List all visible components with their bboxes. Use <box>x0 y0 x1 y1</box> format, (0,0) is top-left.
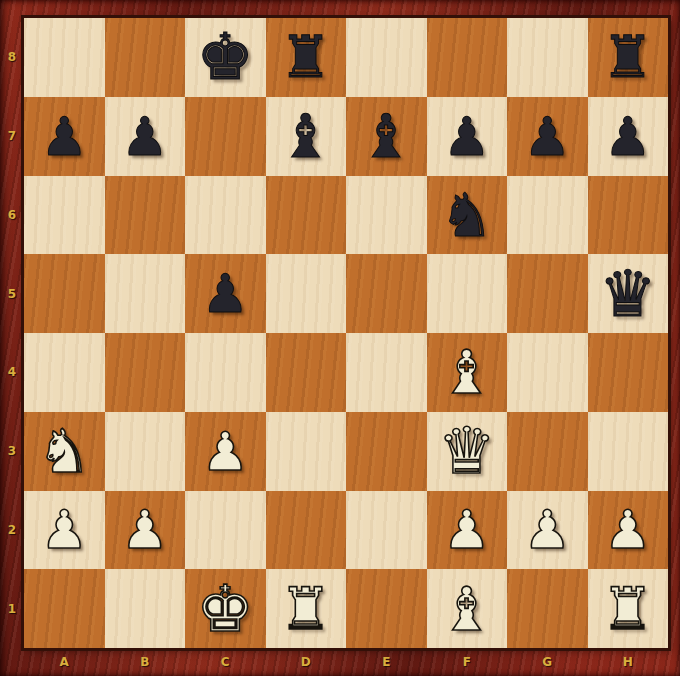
square-a6[interactable] <box>24 176 105 255</box>
piece-black-pawn[interactable]: ♟ <box>604 110 652 163</box>
square-c3[interactable]: ♟ <box>185 412 266 491</box>
piece-white-bishop[interactable]: ♝ <box>440 342 494 402</box>
square-f8[interactable] <box>427 18 508 97</box>
rank-label-2: 2 <box>0 491 24 570</box>
square-a4[interactable] <box>24 333 105 412</box>
piece-black-rook[interactable]: ♜ <box>280 28 332 86</box>
piece-white-pawn[interactable]: ♟ <box>121 503 169 556</box>
file-label-b: B <box>105 648 186 676</box>
square-h6[interactable] <box>588 176 669 255</box>
square-g8[interactable] <box>507 18 588 97</box>
square-e5[interactable] <box>346 254 427 333</box>
square-h3[interactable] <box>588 412 669 491</box>
square-a5[interactable] <box>24 254 105 333</box>
square-g6[interactable] <box>507 176 588 255</box>
square-h5[interactable]: ♛ <box>588 254 669 333</box>
piece-black-bishop[interactable]: ♝ <box>359 106 413 166</box>
file-label-g: G <box>507 648 588 676</box>
rank-label-1: 1 <box>0 569 24 648</box>
file-label-c: C <box>185 648 266 676</box>
square-d2[interactable] <box>266 491 347 570</box>
rank-label-5: 5 <box>0 254 24 333</box>
square-d4[interactable] <box>266 333 347 412</box>
file-labels: ABCDEFGH <box>24 648 668 676</box>
square-e7[interactable]: ♝ <box>346 97 427 176</box>
square-a1[interactable] <box>24 569 105 648</box>
chess-board: ♚♜♜♟♟♝♝♟♟♟♞♟♛♝♞♟♛♟♟♟♟♟♚♜♝♜ <box>24 18 668 648</box>
square-b8[interactable] <box>105 18 186 97</box>
square-d6[interactable] <box>266 176 347 255</box>
square-g3[interactable] <box>507 412 588 491</box>
square-g5[interactable] <box>507 254 588 333</box>
square-d5[interactable] <box>266 254 347 333</box>
square-d1[interactable]: ♜ <box>266 569 347 648</box>
square-a3[interactable]: ♞ <box>24 412 105 491</box>
square-c7[interactable] <box>185 97 266 176</box>
file-label-f: F <box>427 648 508 676</box>
piece-white-rook[interactable]: ♜ <box>602 580 654 638</box>
square-f6[interactable]: ♞ <box>427 176 508 255</box>
square-c8[interactable]: ♚ <box>185 18 266 97</box>
file-label-d: D <box>266 648 347 676</box>
rank-labels: 87654321 <box>0 18 24 648</box>
rank-label-3: 3 <box>0 412 24 491</box>
piece-black-pawn[interactable]: ♟ <box>40 110 88 163</box>
square-b1[interactable] <box>105 569 186 648</box>
piece-black-knight[interactable]: ♞ <box>440 185 494 245</box>
square-g1[interactable] <box>507 569 588 648</box>
piece-white-king[interactable]: ♚ <box>197 577 254 641</box>
square-e4[interactable] <box>346 333 427 412</box>
file-label-e: E <box>346 648 427 676</box>
square-c5[interactable]: ♟ <box>185 254 266 333</box>
square-b2[interactable]: ♟ <box>105 491 186 570</box>
square-c6[interactable] <box>185 176 266 255</box>
square-c1[interactable]: ♚ <box>185 569 266 648</box>
rank-label-4: 4 <box>0 333 24 412</box>
square-f7[interactable]: ♟ <box>427 97 508 176</box>
square-b3[interactable] <box>105 412 186 491</box>
square-e2[interactable] <box>346 491 427 570</box>
square-h1[interactable]: ♜ <box>588 569 669 648</box>
piece-black-king[interactable]: ♚ <box>197 25 254 89</box>
piece-white-pawn[interactable]: ♟ <box>443 503 491 556</box>
piece-black-pawn[interactable]: ♟ <box>443 110 491 163</box>
square-b4[interactable] <box>105 333 186 412</box>
piece-black-pawn[interactable]: ♟ <box>523 110 571 163</box>
square-d8[interactable]: ♜ <box>266 18 347 97</box>
square-f1[interactable]: ♝ <box>427 569 508 648</box>
piece-white-pawn[interactable]: ♟ <box>201 425 249 478</box>
piece-white-queen[interactable]: ♛ <box>438 419 495 483</box>
square-h8[interactable]: ♜ <box>588 18 669 97</box>
rank-label-8: 8 <box>0 18 24 97</box>
rank-label-7: 7 <box>0 97 24 176</box>
square-f5[interactable] <box>427 254 508 333</box>
piece-black-pawn[interactable]: ♟ <box>121 110 169 163</box>
file-label-a: A <box>24 648 105 676</box>
square-g2[interactable]: ♟ <box>507 491 588 570</box>
square-a8[interactable] <box>24 18 105 97</box>
square-f2[interactable]: ♟ <box>427 491 508 570</box>
piece-white-pawn[interactable]: ♟ <box>604 503 652 556</box>
piece-white-bishop[interactable]: ♝ <box>440 579 494 639</box>
square-e8[interactable] <box>346 18 427 97</box>
square-h4[interactable] <box>588 333 669 412</box>
square-g7[interactable]: ♟ <box>507 97 588 176</box>
square-b7[interactable]: ♟ <box>105 97 186 176</box>
piece-black-pawn[interactable]: ♟ <box>201 267 249 320</box>
square-e1[interactable] <box>346 569 427 648</box>
rank-label-6: 6 <box>0 176 24 255</box>
square-a2[interactable]: ♟ <box>24 491 105 570</box>
square-e6[interactable] <box>346 176 427 255</box>
square-a7[interactable]: ♟ <box>24 97 105 176</box>
piece-white-pawn[interactable]: ♟ <box>40 503 88 556</box>
piece-white-knight[interactable]: ♞ <box>37 421 91 481</box>
chess-board-frame: 87654321 ABCDEFGH ♚♜♜♟♟♝♝♟♟♟♞♟♛♝♞♟♛♟♟♟♟♟… <box>0 0 680 676</box>
square-g4[interactable] <box>507 333 588 412</box>
square-d3[interactable] <box>266 412 347 491</box>
square-f3[interactable]: ♛ <box>427 412 508 491</box>
square-b6[interactable] <box>105 176 186 255</box>
piece-white-pawn[interactable]: ♟ <box>523 503 571 556</box>
piece-white-rook[interactable]: ♜ <box>280 580 332 638</box>
square-d7[interactable]: ♝ <box>266 97 347 176</box>
piece-black-bishop[interactable]: ♝ <box>279 106 333 166</box>
square-b5[interactable] <box>105 254 186 333</box>
square-f4[interactable]: ♝ <box>427 333 508 412</box>
file-label-h: H <box>588 648 669 676</box>
piece-black-rook[interactable]: ♜ <box>602 28 654 86</box>
square-e3[interactable] <box>346 412 427 491</box>
square-c2[interactable] <box>185 491 266 570</box>
square-c4[interactable] <box>185 333 266 412</box>
square-h7[interactable]: ♟ <box>588 97 669 176</box>
square-h2[interactable]: ♟ <box>588 491 669 570</box>
piece-black-queen[interactable]: ♛ <box>599 262 656 326</box>
